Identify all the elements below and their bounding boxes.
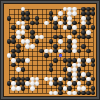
black-stone: [91, 63, 96, 68]
white-stone: [25, 58, 30, 63]
black-stone: [11, 39, 16, 44]
black-stone: [16, 44, 21, 49]
star-point: [22, 50, 24, 52]
white-stone: [72, 44, 77, 49]
black-stone: [86, 81, 91, 86]
black-stone: [58, 86, 63, 91]
star-point: [78, 22, 80, 24]
black-stone: [81, 44, 86, 49]
white-stone: [16, 21, 21, 26]
black-stone: [86, 91, 91, 96]
black-stone: [30, 21, 35, 26]
black-stone: [72, 58, 77, 63]
white-stone: [16, 35, 21, 40]
white-stone: [16, 86, 21, 91]
black-stone: [91, 58, 96, 63]
white-stone: [16, 30, 21, 35]
white-stone: [35, 81, 40, 86]
last-move-marker: [59, 54, 62, 57]
black-stone: [30, 35, 35, 40]
white-stone: [67, 16, 72, 21]
go-app-screenshot: [0, 0, 100, 100]
black-stone: [11, 25, 16, 30]
white-stone: [30, 44, 35, 49]
black-stone: [86, 72, 91, 77]
black-stone: [16, 58, 21, 63]
black-stone: [35, 16, 40, 21]
white-stone: [58, 39, 63, 44]
black-stone: [72, 81, 77, 86]
black-stone: [86, 16, 91, 21]
white-stone: [21, 30, 26, 35]
black-stone: [77, 49, 82, 54]
white-stone: [58, 49, 63, 54]
white-stone: [16, 67, 21, 72]
black-stone: [44, 53, 49, 58]
black-stone: [21, 86, 26, 91]
black-stone: [35, 39, 40, 44]
white-stone: [30, 86, 35, 91]
white-stone: [72, 11, 77, 16]
grid-line-horizontal: [9, 56, 93, 57]
black-stone: [91, 91, 96, 96]
black-stone: [91, 25, 96, 30]
black-stone: [86, 49, 91, 54]
black-stone: [86, 21, 91, 26]
white-stone: [58, 11, 63, 16]
white-stone: [72, 91, 77, 96]
black-stone: [16, 49, 21, 54]
black-stone: [11, 63, 16, 68]
black-stone: [35, 21, 40, 26]
black-stone: [25, 25, 30, 30]
white-stone: [53, 16, 58, 21]
white-stone: [86, 30, 91, 35]
black-stone: [91, 86, 96, 91]
go-board[interactable]: [3, 3, 97, 97]
black-stone: [49, 67, 54, 72]
white-stone: [72, 72, 77, 77]
white-stone: [39, 35, 44, 40]
black-stone: [67, 86, 72, 91]
black-stone: [86, 35, 91, 40]
white-stone: [44, 77, 49, 82]
black-stone: [21, 67, 26, 72]
black-stone: [49, 39, 54, 44]
white-stone: [58, 21, 63, 26]
black-stone: [91, 11, 96, 16]
white-stone: [86, 58, 91, 63]
black-stone: [53, 25, 58, 30]
white-stone: [72, 49, 77, 54]
black-stone: [53, 44, 58, 49]
star-point: [50, 22, 52, 24]
black-stone: [53, 58, 58, 63]
white-stone: [44, 21, 49, 26]
white-stone: [81, 86, 86, 91]
black-stone: [25, 16, 30, 21]
black-stone: [81, 63, 86, 68]
black-stone: [58, 91, 63, 96]
black-stone: [30, 30, 35, 35]
black-stone: [91, 77, 96, 82]
black-stone: [7, 16, 12, 21]
black-stone: [72, 30, 77, 35]
